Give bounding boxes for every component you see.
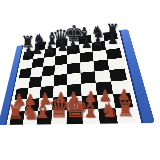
square-f1 [82, 109, 100, 124]
square-d2 [52, 97, 67, 111]
square-d1 [51, 110, 67, 125]
square-c2 [38, 98, 53, 111]
vinyl-chess-board [0, 29, 155, 125]
square-e1 [67, 109, 83, 124]
square-e3 [67, 84, 82, 97]
chess-set-photo: ♜♞♝♛♚♝♞♜♟♟♟♟♟♟♟♟♟♟♟♟♟♟♟♟♜♞♝♛♚♝♞♜ [0, 0, 160, 160]
square-f3 [81, 83, 97, 96]
chess-board-grid [9, 31, 136, 125]
square-e2 [67, 96, 82, 110]
square-f2 [82, 95, 99, 109]
square-d3 [53, 85, 67, 98]
square-c1 [37, 110, 52, 124]
square-c3 [40, 86, 54, 98]
